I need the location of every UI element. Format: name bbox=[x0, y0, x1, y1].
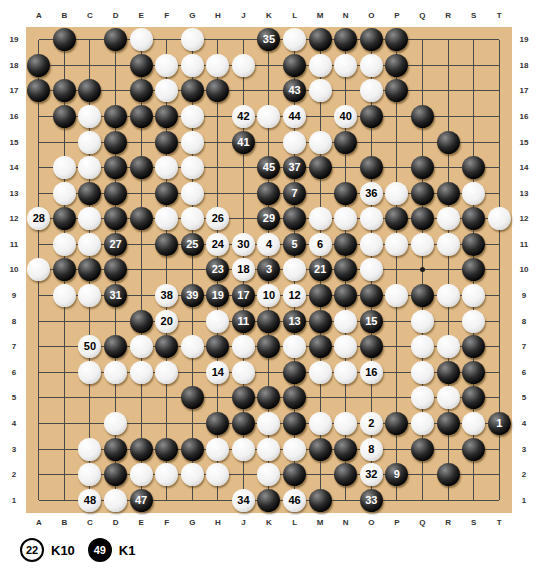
point-K1[interactable] bbox=[256, 487, 282, 513]
point-B17[interactable] bbox=[52, 78, 78, 104]
point-S15[interactable] bbox=[461, 129, 487, 155]
point-R3[interactable] bbox=[435, 436, 461, 462]
point-P16[interactable] bbox=[384, 104, 410, 130]
point-H5[interactable] bbox=[205, 385, 231, 411]
point-C6[interactable] bbox=[77, 360, 103, 386]
point-D1[interactable] bbox=[103, 487, 129, 513]
point-B2[interactable] bbox=[52, 462, 78, 488]
point-J10[interactable]: 18 bbox=[231, 257, 257, 283]
point-F6[interactable] bbox=[154, 360, 180, 386]
point-K14[interactable]: 45 bbox=[256, 155, 282, 181]
point-P3[interactable] bbox=[384, 436, 410, 462]
point-A8[interactable] bbox=[26, 308, 52, 334]
point-E9[interactable] bbox=[128, 283, 154, 309]
point-M7[interactable] bbox=[307, 334, 333, 360]
point-R15[interactable] bbox=[435, 129, 461, 155]
point-E18[interactable] bbox=[128, 53, 154, 79]
point-S10[interactable] bbox=[461, 257, 487, 283]
point-F13[interactable] bbox=[154, 180, 180, 206]
point-C17[interactable] bbox=[77, 78, 103, 104]
point-O12[interactable] bbox=[359, 206, 385, 232]
point-Q19[interactable] bbox=[410, 27, 436, 53]
point-M6[interactable] bbox=[307, 360, 333, 386]
point-L10[interactable] bbox=[282, 257, 308, 283]
point-P14[interactable] bbox=[384, 155, 410, 181]
point-J8[interactable]: 11 bbox=[231, 308, 257, 334]
point-Q3[interactable] bbox=[410, 436, 436, 462]
point-T19[interactable] bbox=[486, 27, 512, 53]
point-H13[interactable] bbox=[205, 180, 231, 206]
point-B6[interactable] bbox=[52, 360, 78, 386]
point-B18[interactable] bbox=[52, 53, 78, 79]
point-S1[interactable] bbox=[461, 487, 487, 513]
point-O5[interactable] bbox=[359, 385, 385, 411]
point-A16[interactable] bbox=[26, 104, 52, 130]
point-S5[interactable] bbox=[461, 385, 487, 411]
point-S2[interactable] bbox=[461, 462, 487, 488]
point-C14[interactable] bbox=[77, 155, 103, 181]
point-M14[interactable] bbox=[307, 155, 333, 181]
point-O13[interactable]: 36 bbox=[359, 180, 385, 206]
point-F2[interactable] bbox=[154, 462, 180, 488]
point-D19[interactable] bbox=[103, 27, 129, 53]
point-J12[interactable] bbox=[231, 206, 257, 232]
point-B14[interactable] bbox=[52, 155, 78, 181]
point-J18[interactable] bbox=[231, 53, 257, 79]
point-D17[interactable] bbox=[103, 78, 129, 104]
point-C9[interactable] bbox=[77, 283, 103, 309]
point-T3[interactable] bbox=[486, 436, 512, 462]
point-L15[interactable] bbox=[282, 129, 308, 155]
point-P15[interactable] bbox=[384, 129, 410, 155]
point-Q5[interactable] bbox=[410, 385, 436, 411]
point-Q14[interactable] bbox=[410, 155, 436, 181]
point-M10[interactable]: 21 bbox=[307, 257, 333, 283]
point-S9[interactable] bbox=[461, 283, 487, 309]
point-C3[interactable] bbox=[77, 436, 103, 462]
point-A5[interactable] bbox=[26, 385, 52, 411]
point-E12[interactable] bbox=[128, 206, 154, 232]
point-Q17[interactable] bbox=[410, 78, 436, 104]
point-F3[interactable] bbox=[154, 436, 180, 462]
point-O4[interactable]: 2 bbox=[359, 411, 385, 437]
point-G18[interactable] bbox=[179, 53, 205, 79]
point-D7[interactable] bbox=[103, 334, 129, 360]
point-S13[interactable] bbox=[461, 180, 487, 206]
point-G13[interactable] bbox=[179, 180, 205, 206]
point-O15[interactable] bbox=[359, 129, 385, 155]
point-A14[interactable] bbox=[26, 155, 52, 181]
point-N9[interactable] bbox=[333, 283, 359, 309]
point-K18[interactable] bbox=[256, 53, 282, 79]
point-H17[interactable] bbox=[205, 78, 231, 104]
point-M1[interactable] bbox=[307, 487, 333, 513]
point-D13[interactable] bbox=[103, 180, 129, 206]
point-B5[interactable] bbox=[52, 385, 78, 411]
go-board[interactable]: 3543424440414537736282629272524304562318… bbox=[26, 27, 512, 513]
point-S16[interactable] bbox=[461, 104, 487, 130]
point-P6[interactable] bbox=[384, 360, 410, 386]
point-L5[interactable] bbox=[282, 385, 308, 411]
point-R14[interactable] bbox=[435, 155, 461, 181]
point-B9[interactable] bbox=[52, 283, 78, 309]
point-H15[interactable] bbox=[205, 129, 231, 155]
point-T4[interactable]: 1 bbox=[486, 411, 512, 437]
point-J6[interactable] bbox=[231, 360, 257, 386]
point-L12[interactable] bbox=[282, 206, 308, 232]
point-M11[interactable]: 6 bbox=[307, 232, 333, 258]
point-E19[interactable] bbox=[128, 27, 154, 53]
point-G15[interactable] bbox=[179, 129, 205, 155]
point-G2[interactable] bbox=[179, 462, 205, 488]
point-Q7[interactable] bbox=[410, 334, 436, 360]
point-B15[interactable] bbox=[52, 129, 78, 155]
point-P5[interactable] bbox=[384, 385, 410, 411]
point-D2[interactable] bbox=[103, 462, 129, 488]
point-A13[interactable] bbox=[26, 180, 52, 206]
point-J7[interactable] bbox=[231, 334, 257, 360]
point-M3[interactable] bbox=[307, 436, 333, 462]
point-F4[interactable] bbox=[154, 411, 180, 437]
point-G7[interactable] bbox=[179, 334, 205, 360]
point-L4[interactable] bbox=[282, 411, 308, 437]
point-L6[interactable] bbox=[282, 360, 308, 386]
point-A2[interactable] bbox=[26, 462, 52, 488]
point-H3[interactable] bbox=[205, 436, 231, 462]
point-J5[interactable] bbox=[231, 385, 257, 411]
point-Q9[interactable] bbox=[410, 283, 436, 309]
point-L1[interactable]: 46 bbox=[282, 487, 308, 513]
point-J15[interactable]: 41 bbox=[231, 129, 257, 155]
point-H10[interactable]: 23 bbox=[205, 257, 231, 283]
point-B1[interactable] bbox=[52, 487, 78, 513]
point-H2[interactable] bbox=[205, 462, 231, 488]
point-T2[interactable] bbox=[486, 462, 512, 488]
point-E10[interactable] bbox=[128, 257, 154, 283]
point-K16[interactable] bbox=[256, 104, 282, 130]
point-D14[interactable] bbox=[103, 155, 129, 181]
point-J13[interactable] bbox=[231, 180, 257, 206]
point-M9[interactable] bbox=[307, 283, 333, 309]
point-A19[interactable] bbox=[26, 27, 52, 53]
point-C2[interactable] bbox=[77, 462, 103, 488]
point-L7[interactable] bbox=[282, 334, 308, 360]
point-N11[interactable] bbox=[333, 232, 359, 258]
point-L8[interactable]: 13 bbox=[282, 308, 308, 334]
point-T17[interactable] bbox=[486, 78, 512, 104]
point-R17[interactable] bbox=[435, 78, 461, 104]
point-O2[interactable]: 32 bbox=[359, 462, 385, 488]
point-E2[interactable] bbox=[128, 462, 154, 488]
point-H12[interactable]: 26 bbox=[205, 206, 231, 232]
point-B16[interactable] bbox=[52, 104, 78, 130]
point-S14[interactable] bbox=[461, 155, 487, 181]
point-N12[interactable] bbox=[333, 206, 359, 232]
point-C16[interactable] bbox=[77, 104, 103, 130]
point-H8[interactable] bbox=[205, 308, 231, 334]
point-F9[interactable]: 38 bbox=[154, 283, 180, 309]
point-Q2[interactable] bbox=[410, 462, 436, 488]
point-R13[interactable] bbox=[435, 180, 461, 206]
point-J11[interactable]: 30 bbox=[231, 232, 257, 258]
point-Q10[interactable] bbox=[410, 257, 436, 283]
point-S4[interactable] bbox=[461, 411, 487, 437]
point-J3[interactable] bbox=[231, 436, 257, 462]
point-O17[interactable] bbox=[359, 78, 385, 104]
point-C15[interactable] bbox=[77, 129, 103, 155]
point-C1[interactable]: 48 bbox=[77, 487, 103, 513]
point-P1[interactable] bbox=[384, 487, 410, 513]
point-G8[interactable] bbox=[179, 308, 205, 334]
point-J1[interactable]: 34 bbox=[231, 487, 257, 513]
point-A11[interactable] bbox=[26, 232, 52, 258]
point-B19[interactable] bbox=[52, 27, 78, 53]
point-C11[interactable] bbox=[77, 232, 103, 258]
point-H6[interactable]: 14 bbox=[205, 360, 231, 386]
point-E11[interactable] bbox=[128, 232, 154, 258]
point-D10[interactable] bbox=[103, 257, 129, 283]
point-P2[interactable]: 9 bbox=[384, 462, 410, 488]
point-R7[interactable] bbox=[435, 334, 461, 360]
point-K13[interactable] bbox=[256, 180, 282, 206]
point-J9[interactable]: 17 bbox=[231, 283, 257, 309]
point-Q6[interactable] bbox=[410, 360, 436, 386]
point-J14[interactable] bbox=[231, 155, 257, 181]
point-T9[interactable] bbox=[486, 283, 512, 309]
point-A3[interactable] bbox=[26, 436, 52, 462]
point-E1[interactable]: 47 bbox=[128, 487, 154, 513]
point-F18[interactable] bbox=[154, 53, 180, 79]
point-E16[interactable] bbox=[128, 104, 154, 130]
point-E4[interactable] bbox=[128, 411, 154, 437]
point-F19[interactable] bbox=[154, 27, 180, 53]
point-F12[interactable] bbox=[154, 206, 180, 232]
point-R4[interactable] bbox=[435, 411, 461, 437]
point-C12[interactable] bbox=[77, 206, 103, 232]
point-S3[interactable] bbox=[461, 436, 487, 462]
point-H11[interactable]: 24 bbox=[205, 232, 231, 258]
point-L14[interactable]: 37 bbox=[282, 155, 308, 181]
point-O3[interactable]: 8 bbox=[359, 436, 385, 462]
point-D18[interactable] bbox=[103, 53, 129, 79]
point-T5[interactable] bbox=[486, 385, 512, 411]
point-S12[interactable] bbox=[461, 206, 487, 232]
point-G1[interactable] bbox=[179, 487, 205, 513]
point-F5[interactable] bbox=[154, 385, 180, 411]
point-O11[interactable] bbox=[359, 232, 385, 258]
point-F7[interactable] bbox=[154, 334, 180, 360]
point-M5[interactable] bbox=[307, 385, 333, 411]
point-R11[interactable] bbox=[435, 232, 461, 258]
point-D16[interactable] bbox=[103, 104, 129, 130]
point-O7[interactable] bbox=[359, 334, 385, 360]
point-P8[interactable] bbox=[384, 308, 410, 334]
point-A15[interactable] bbox=[26, 129, 52, 155]
point-D5[interactable] bbox=[103, 385, 129, 411]
point-T12[interactable] bbox=[486, 206, 512, 232]
point-J2[interactable] bbox=[231, 462, 257, 488]
point-G9[interactable]: 39 bbox=[179, 283, 205, 309]
point-K6[interactable] bbox=[256, 360, 282, 386]
point-G14[interactable] bbox=[179, 155, 205, 181]
point-C10[interactable] bbox=[77, 257, 103, 283]
point-M8[interactable] bbox=[307, 308, 333, 334]
point-C8[interactable] bbox=[77, 308, 103, 334]
point-L2[interactable] bbox=[282, 462, 308, 488]
point-T13[interactable] bbox=[486, 180, 512, 206]
point-G19[interactable] bbox=[179, 27, 205, 53]
point-C13[interactable] bbox=[77, 180, 103, 206]
point-R9[interactable] bbox=[435, 283, 461, 309]
point-E5[interactable] bbox=[128, 385, 154, 411]
point-L13[interactable]: 7 bbox=[282, 180, 308, 206]
point-T10[interactable] bbox=[486, 257, 512, 283]
point-Q16[interactable] bbox=[410, 104, 436, 130]
point-K5[interactable] bbox=[256, 385, 282, 411]
point-B13[interactable] bbox=[52, 180, 78, 206]
point-A9[interactable] bbox=[26, 283, 52, 309]
point-O8[interactable]: 15 bbox=[359, 308, 385, 334]
point-G12[interactable] bbox=[179, 206, 205, 232]
point-O18[interactable] bbox=[359, 53, 385, 79]
point-N3[interactable] bbox=[333, 436, 359, 462]
point-K11[interactable]: 4 bbox=[256, 232, 282, 258]
point-R2[interactable] bbox=[435, 462, 461, 488]
point-S8[interactable] bbox=[461, 308, 487, 334]
point-G10[interactable] bbox=[179, 257, 205, 283]
point-T14[interactable] bbox=[486, 155, 512, 181]
point-C7[interactable]: 50 bbox=[77, 334, 103, 360]
point-R5[interactable] bbox=[435, 385, 461, 411]
point-E3[interactable] bbox=[128, 436, 154, 462]
point-E7[interactable] bbox=[128, 334, 154, 360]
point-E14[interactable] bbox=[128, 155, 154, 181]
point-B10[interactable] bbox=[52, 257, 78, 283]
point-A10[interactable] bbox=[26, 257, 52, 283]
point-R18[interactable] bbox=[435, 53, 461, 79]
point-Q15[interactable] bbox=[410, 129, 436, 155]
point-N19[interactable] bbox=[333, 27, 359, 53]
point-Q18[interactable] bbox=[410, 53, 436, 79]
point-S17[interactable] bbox=[461, 78, 487, 104]
point-S7[interactable] bbox=[461, 334, 487, 360]
point-G17[interactable] bbox=[179, 78, 205, 104]
point-F11[interactable] bbox=[154, 232, 180, 258]
point-G11[interactable]: 25 bbox=[179, 232, 205, 258]
point-E13[interactable] bbox=[128, 180, 154, 206]
point-L18[interactable] bbox=[282, 53, 308, 79]
point-F14[interactable] bbox=[154, 155, 180, 181]
point-G5[interactable] bbox=[179, 385, 205, 411]
point-K7[interactable] bbox=[256, 334, 282, 360]
point-P9[interactable] bbox=[384, 283, 410, 309]
point-E6[interactable] bbox=[128, 360, 154, 386]
point-F10[interactable] bbox=[154, 257, 180, 283]
point-J17[interactable] bbox=[231, 78, 257, 104]
point-M16[interactable] bbox=[307, 104, 333, 130]
point-S19[interactable] bbox=[461, 27, 487, 53]
point-B7[interactable] bbox=[52, 334, 78, 360]
point-K17[interactable] bbox=[256, 78, 282, 104]
point-F1[interactable] bbox=[154, 487, 180, 513]
point-T6[interactable] bbox=[486, 360, 512, 386]
point-K4[interactable] bbox=[256, 411, 282, 437]
point-O14[interactable] bbox=[359, 155, 385, 181]
point-H9[interactable]: 19 bbox=[205, 283, 231, 309]
point-N7[interactable] bbox=[333, 334, 359, 360]
point-C18[interactable] bbox=[77, 53, 103, 79]
point-M15[interactable] bbox=[307, 129, 333, 155]
point-R10[interactable] bbox=[435, 257, 461, 283]
point-C4[interactable] bbox=[77, 411, 103, 437]
point-N13[interactable] bbox=[333, 180, 359, 206]
point-J4[interactable] bbox=[231, 411, 257, 437]
point-K3[interactable] bbox=[256, 436, 282, 462]
point-N16[interactable]: 40 bbox=[333, 104, 359, 130]
point-H16[interactable] bbox=[205, 104, 231, 130]
point-H14[interactable] bbox=[205, 155, 231, 181]
point-L16[interactable]: 44 bbox=[282, 104, 308, 130]
point-L9[interactable]: 12 bbox=[282, 283, 308, 309]
point-P4[interactable] bbox=[384, 411, 410, 437]
point-A1[interactable] bbox=[26, 487, 52, 513]
point-N14[interactable] bbox=[333, 155, 359, 181]
point-G6[interactable] bbox=[179, 360, 205, 386]
point-N2[interactable] bbox=[333, 462, 359, 488]
point-F8[interactable]: 20 bbox=[154, 308, 180, 334]
point-C19[interactable] bbox=[77, 27, 103, 53]
point-F16[interactable] bbox=[154, 104, 180, 130]
point-P19[interactable] bbox=[384, 27, 410, 53]
point-B11[interactable] bbox=[52, 232, 78, 258]
point-L11[interactable]: 5 bbox=[282, 232, 308, 258]
point-P13[interactable] bbox=[384, 180, 410, 206]
point-K10[interactable]: 3 bbox=[256, 257, 282, 283]
point-B3[interactable] bbox=[52, 436, 78, 462]
point-O1[interactable]: 33 bbox=[359, 487, 385, 513]
point-P7[interactable] bbox=[384, 334, 410, 360]
point-D9[interactable]: 31 bbox=[103, 283, 129, 309]
point-O16[interactable] bbox=[359, 104, 385, 130]
point-D3[interactable] bbox=[103, 436, 129, 462]
point-O10[interactable] bbox=[359, 257, 385, 283]
point-P18[interactable] bbox=[384, 53, 410, 79]
point-Q13[interactable] bbox=[410, 180, 436, 206]
point-T16[interactable] bbox=[486, 104, 512, 130]
point-K19[interactable]: 35 bbox=[256, 27, 282, 53]
point-R12[interactable] bbox=[435, 206, 461, 232]
point-K15[interactable] bbox=[256, 129, 282, 155]
point-M18[interactable] bbox=[307, 53, 333, 79]
point-J16[interactable]: 42 bbox=[231, 104, 257, 130]
point-S18[interactable] bbox=[461, 53, 487, 79]
point-A12[interactable]: 28 bbox=[26, 206, 52, 232]
point-A7[interactable] bbox=[26, 334, 52, 360]
point-A17[interactable] bbox=[26, 78, 52, 104]
point-N15[interactable] bbox=[333, 129, 359, 155]
point-M2[interactable] bbox=[307, 462, 333, 488]
point-E8[interactable] bbox=[128, 308, 154, 334]
point-T18[interactable] bbox=[486, 53, 512, 79]
point-R1[interactable] bbox=[435, 487, 461, 513]
point-S11[interactable] bbox=[461, 232, 487, 258]
point-T1[interactable] bbox=[486, 487, 512, 513]
point-R19[interactable] bbox=[435, 27, 461, 53]
point-C5[interactable] bbox=[77, 385, 103, 411]
point-Q12[interactable] bbox=[410, 206, 436, 232]
point-T8[interactable] bbox=[486, 308, 512, 334]
point-M12[interactable] bbox=[307, 206, 333, 232]
